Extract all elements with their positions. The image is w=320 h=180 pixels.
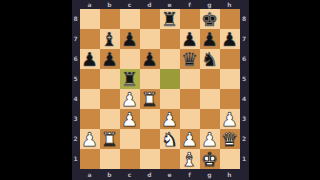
file-label-bottom-h: h: [220, 169, 240, 180]
square-g3[interactable]: [200, 109, 220, 129]
square-c3[interactable]: ♟: [120, 109, 140, 129]
black-pawn-piece[interactable]: ♟: [101, 49, 118, 69]
square-c1[interactable]: [120, 149, 140, 169]
rank-label-right-6: 6: [240, 49, 249, 69]
chess-board-frame: abcdefgh 87654321 ♜♚♝♟♟♟♟♟♟♟♛♞♜♟♜♟♟♟♟♜♞♟…: [72, 0, 249, 180]
square-a8[interactable]: [80, 9, 100, 29]
rank-label-left-7: 7: [72, 29, 80, 49]
rank-label-left-6: 6: [72, 49, 80, 69]
square-b8[interactable]: [100, 9, 120, 29]
file-label-bottom-g: g: [200, 169, 220, 180]
rank-label-right-5: 5: [240, 69, 249, 89]
rank-label-left-3: 3: [72, 109, 80, 129]
square-h4[interactable]: [220, 89, 240, 109]
square-a6[interactable]: ♟: [80, 49, 100, 69]
square-g4[interactable]: [200, 89, 220, 109]
square-e5[interactable]: [160, 69, 180, 89]
square-f4[interactable]: [180, 89, 200, 109]
square-b6[interactable]: ♟: [100, 49, 120, 69]
white-rook-piece[interactable]: ♜: [101, 129, 118, 149]
letterbox-left: [0, 0, 72, 180]
square-d4[interactable]: ♜: [140, 89, 160, 109]
square-h8[interactable]: [220, 9, 240, 29]
square-c5[interactable]: ♜: [120, 69, 140, 89]
square-b1[interactable]: [100, 149, 120, 169]
square-h6[interactable]: [220, 49, 240, 69]
square-g2[interactable]: ♟: [200, 129, 220, 149]
square-h1[interactable]: [220, 149, 240, 169]
white-pawn-piece[interactable]: ♟: [81, 129, 98, 149]
white-pawn-piece[interactable]: ♟: [161, 109, 178, 129]
square-g7[interactable]: ♟: [200, 29, 220, 49]
square-h2[interactable]: ♛: [220, 129, 240, 149]
square-b3[interactable]: [100, 109, 120, 129]
square-e7[interactable]: [160, 29, 180, 49]
square-e3[interactable]: ♟: [160, 109, 180, 129]
black-knight-piece[interactable]: ♞: [201, 49, 218, 69]
square-b5[interactable]: [100, 69, 120, 89]
black-pawn-piece[interactable]: ♟: [181, 29, 198, 49]
white-pawn-piece[interactable]: ♟: [121, 109, 138, 129]
square-h7[interactable]: ♟: [220, 29, 240, 49]
square-d1[interactable]: [140, 149, 160, 169]
rank-label-right-7: 7: [240, 29, 249, 49]
square-b4[interactable]: [100, 89, 120, 109]
square-e1[interactable]: [160, 149, 180, 169]
rank-label-right-4: 4: [240, 89, 249, 109]
square-c7[interactable]: ♟: [120, 29, 140, 49]
square-e2[interactable]: ♞: [160, 129, 180, 149]
black-pawn-piece[interactable]: ♟: [121, 29, 138, 49]
square-b7[interactable]: ♝: [100, 29, 120, 49]
file-label-top-f: f: [180, 0, 200, 9]
square-a4[interactable]: [80, 89, 100, 109]
white-rook-piece[interactable]: ♜: [141, 89, 158, 109]
file-label-bottom-a: a: [80, 169, 100, 180]
square-h5[interactable]: [220, 69, 240, 89]
black-queen-piece[interactable]: ♛: [181, 49, 198, 69]
square-d6[interactable]: ♟: [140, 49, 160, 69]
black-rook-piece[interactable]: ♜: [121, 69, 138, 89]
square-a2[interactable]: ♟: [80, 129, 100, 149]
white-knight-piece[interactable]: ♞: [161, 129, 178, 149]
square-g5[interactable]: [200, 69, 220, 89]
square-c2[interactable]: [120, 129, 140, 149]
square-f8[interactable]: [180, 9, 200, 29]
rank-label-left-5: 5: [72, 69, 80, 89]
square-f2[interactable]: ♟: [180, 129, 200, 149]
file-label-bottom-f: f: [180, 169, 200, 180]
rank-label-left-2: 2: [72, 129, 80, 149]
white-bishop-piece[interactable]: ♝: [181, 149, 198, 169]
square-d2[interactable]: [140, 129, 160, 149]
white-queen-piece[interactable]: ♛: [221, 129, 238, 149]
rank-label-left-4: 4: [72, 89, 80, 109]
file-label-top-c: c: [120, 0, 140, 9]
square-d3[interactable]: [140, 109, 160, 129]
black-pawn-piece[interactable]: ♟: [81, 49, 98, 69]
square-a1[interactable]: [80, 149, 100, 169]
black-pawn-piece[interactable]: ♟: [221, 29, 238, 49]
white-pawn-piece[interactable]: ♟: [221, 109, 238, 129]
square-c8[interactable]: [120, 9, 140, 29]
square-c6[interactable]: [120, 49, 140, 69]
rank-label-right-2: 2: [240, 129, 249, 149]
white-king-piece[interactable]: ♚: [201, 149, 218, 169]
square-h3[interactable]: ♟: [220, 109, 240, 129]
square-f6[interactable]: ♛: [180, 49, 200, 69]
square-a7[interactable]: [80, 29, 100, 49]
black-bishop-piece[interactable]: ♝: [101, 29, 118, 49]
rank-label-left-8: 8: [72, 9, 80, 29]
white-pawn-piece[interactable]: ♟: [181, 129, 198, 149]
rank-label-right-1: 1: [240, 149, 249, 169]
square-c4[interactable]: ♟: [120, 89, 140, 109]
square-a3[interactable]: [80, 109, 100, 129]
rank-label-right-3: 3: [240, 109, 249, 129]
file-label-top-d: d: [140, 0, 160, 9]
square-d5[interactable]: [140, 69, 160, 89]
square-g6[interactable]: ♞: [200, 49, 220, 69]
chess-board[interactable]: ♜♚♝♟♟♟♟♟♟♟♛♞♜♟♜♟♟♟♟♜♞♟♟♛♝♚: [80, 9, 240, 169]
white-pawn-piece[interactable]: ♟: [201, 129, 218, 149]
square-d7[interactable]: [140, 29, 160, 49]
square-d8[interactable]: [140, 9, 160, 29]
black-pawn-piece[interactable]: ♟: [201, 29, 218, 49]
letterbox-right: [249, 0, 320, 180]
square-e6[interactable]: [160, 49, 180, 69]
square-e4[interactable]: [160, 89, 180, 109]
square-f7[interactable]: ♟: [180, 29, 200, 49]
rank-labels-right: 87654321: [240, 9, 249, 169]
square-e8[interactable]: ♜: [160, 9, 180, 29]
screenshot-stage: abcdefgh 87654321 ♜♚♝♟♟♟♟♟♟♟♛♞♜♟♜♟♟♟♟♜♞♟…: [0, 0, 320, 180]
black-pawn-piece[interactable]: ♟: [141, 49, 158, 69]
square-g1[interactable]: ♚: [200, 149, 220, 169]
square-f3[interactable]: [180, 109, 200, 129]
rank-label-left-1: 1: [72, 149, 80, 169]
rank-label-right-8: 8: [240, 9, 249, 29]
square-g8[interactable]: ♚: [200, 9, 220, 29]
file-label-top-a: a: [80, 0, 100, 9]
file-label-bottom-b: b: [100, 169, 120, 180]
square-f5[interactable]: [180, 69, 200, 89]
file-label-bottom-c: c: [120, 169, 140, 180]
file-labels-bottom: abcdefgh: [80, 169, 240, 180]
file-label-top-b: b: [100, 0, 120, 9]
white-pawn-piece[interactable]: ♟: [121, 89, 138, 109]
file-label-bottom-d: d: [140, 169, 160, 180]
black-king-piece[interactable]: ♚: [201, 9, 218, 29]
black-rook-piece[interactable]: ♜: [161, 9, 178, 29]
file-label-bottom-e: e: [160, 169, 180, 180]
square-f1[interactable]: ♝: [180, 149, 200, 169]
file-label-top-h: h: [220, 0, 240, 9]
square-b2[interactable]: ♜: [100, 129, 120, 149]
square-a5[interactable]: [80, 69, 100, 89]
rank-labels-left: 87654321: [72, 9, 80, 169]
